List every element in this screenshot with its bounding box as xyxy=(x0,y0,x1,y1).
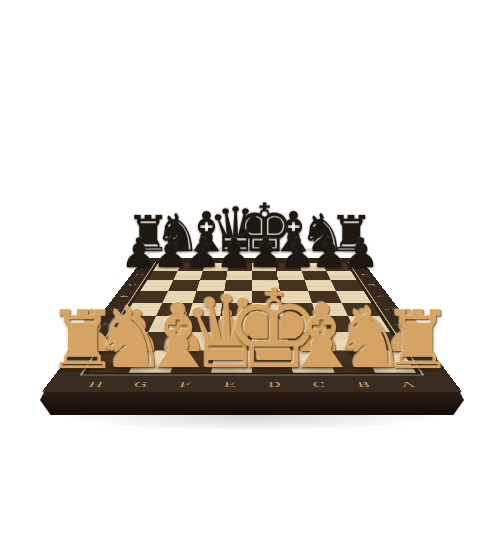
board-front-edge xyxy=(40,392,464,415)
chessboard-photo: HGFEDCBA 12345678 12345678 ♜♞♝♛♚♝♞♜♟♟♟♟♟… xyxy=(0,0,500,549)
rank-label: 3 xyxy=(367,284,378,286)
pieces-layer: ♜♞♝♛♚♝♞♜♟♟♟♟♟♟♟♟♟♟♟♟♟♟♟♟♜♞♝♛♚♝♞♜ xyxy=(0,0,500,549)
rank-label: 3 xyxy=(127,284,138,286)
piece-white-rook[interactable]: ♜ xyxy=(381,300,453,381)
piece-black-pawn[interactable]: ♟ xyxy=(343,233,380,274)
